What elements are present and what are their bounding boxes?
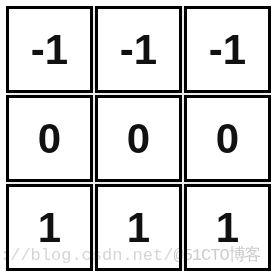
cell-r2c0: 1	[6, 184, 93, 271]
kernel-grid: -1 -1 -1 0 0 0 1 1 1	[6, 6, 271, 271]
cell-r0c0: -1	[6, 6, 93, 93]
cell-r2c1: 1	[95, 184, 182, 271]
cell-r0c2: -1	[184, 6, 271, 93]
cell-r1c2: 0	[184, 95, 271, 182]
cell-r2c2: 1	[184, 184, 271, 271]
cell-r1c0: 0	[6, 95, 93, 182]
cell-r1c1: 0	[95, 95, 182, 182]
cell-r0c1: -1	[95, 6, 182, 93]
